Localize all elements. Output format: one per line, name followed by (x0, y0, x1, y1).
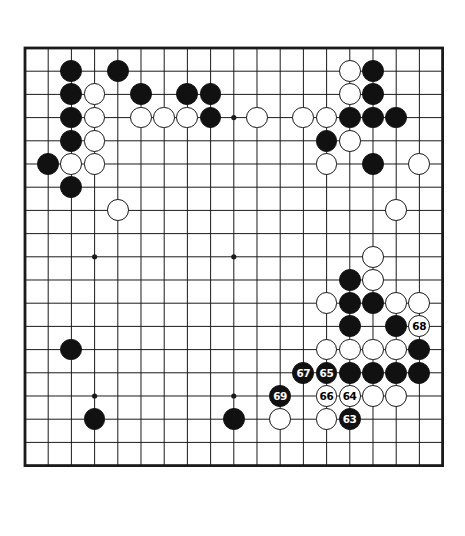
intersection: 68 (408, 315, 431, 338)
white-stone (339, 83, 361, 105)
intersection (408, 338, 431, 361)
intersection (245, 129, 268, 152)
intersection (106, 431, 129, 454)
black-stone (339, 269, 361, 291)
intersection (176, 268, 199, 291)
intersection (431, 338, 454, 361)
intersection (13, 129, 36, 152)
intersection (153, 83, 176, 106)
intersection (361, 106, 384, 129)
intersection (338, 291, 361, 314)
black-stone (60, 83, 82, 105)
intersection (153, 291, 176, 314)
intersection (408, 454, 431, 477)
intersection (292, 176, 315, 199)
intersection (292, 60, 315, 83)
intersection (222, 407, 245, 430)
intersection (199, 431, 222, 454)
intersection (245, 431, 268, 454)
intersection (106, 361, 129, 384)
intersection (37, 36, 60, 59)
intersection (361, 384, 384, 407)
black-stone (339, 315, 361, 337)
black-stone (408, 362, 430, 384)
intersection (13, 106, 36, 129)
intersection (292, 384, 315, 407)
intersection (176, 199, 199, 222)
black-stone (385, 362, 407, 384)
black-stone-move-69: 69 (269, 385, 291, 407)
intersection (431, 361, 454, 384)
intersection (222, 454, 245, 477)
intersection (361, 176, 384, 199)
black-stone (176, 83, 198, 105)
intersection (268, 83, 291, 106)
intersection (361, 361, 384, 384)
intersection (338, 152, 361, 175)
white-stone (316, 292, 338, 314)
intersection (60, 384, 83, 407)
intersection (292, 152, 315, 175)
intersection (292, 199, 315, 222)
intersection (129, 199, 152, 222)
intersection (106, 199, 129, 222)
intersection (315, 152, 338, 175)
intersection (384, 129, 407, 152)
intersection (245, 222, 268, 245)
intersection (361, 315, 384, 338)
intersection (268, 60, 291, 83)
intersection (384, 36, 407, 59)
intersection (106, 176, 129, 199)
intersection (153, 176, 176, 199)
white-stone (84, 83, 106, 105)
white-stone (362, 246, 384, 268)
intersection (13, 268, 36, 291)
intersection (431, 454, 454, 477)
intersection (338, 315, 361, 338)
intersection (292, 454, 315, 477)
black-stone (362, 107, 384, 129)
intersection (13, 291, 36, 314)
intersection (129, 36, 152, 59)
intersection (384, 315, 407, 338)
intersection (361, 291, 384, 314)
intersection (199, 245, 222, 268)
intersection (361, 431, 384, 454)
board-intersections: 68676569666463 (13, 36, 454, 477)
intersection (315, 268, 338, 291)
intersection (292, 315, 315, 338)
intersection (60, 268, 83, 291)
intersection (292, 291, 315, 314)
intersection (338, 199, 361, 222)
black-stone (200, 107, 222, 129)
intersection (315, 83, 338, 106)
intersection (83, 454, 106, 477)
intersection (292, 407, 315, 430)
intersection (106, 245, 129, 268)
intersection (83, 83, 106, 106)
black-stone (60, 107, 82, 129)
intersection (245, 83, 268, 106)
intersection (176, 129, 199, 152)
intersection (384, 222, 407, 245)
intersection (292, 106, 315, 129)
intersection (153, 268, 176, 291)
black-stone (339, 362, 361, 384)
black-stone (362, 292, 384, 314)
intersection (245, 338, 268, 361)
white-stone (107, 199, 129, 221)
intersection (199, 83, 222, 106)
intersection (268, 36, 291, 59)
black-stone (362, 153, 384, 175)
intersection (431, 106, 454, 129)
intersection (37, 384, 60, 407)
intersection (129, 291, 152, 314)
intersection (268, 245, 291, 268)
intersection (106, 407, 129, 430)
intersection (83, 407, 106, 430)
intersection (361, 60, 384, 83)
white-stone (153, 107, 175, 129)
intersection (176, 384, 199, 407)
intersection (338, 454, 361, 477)
intersection (37, 315, 60, 338)
black-stone (37, 153, 59, 175)
black-stone (385, 315, 407, 337)
intersection (431, 315, 454, 338)
intersection (60, 291, 83, 314)
intersection (176, 83, 199, 106)
intersection (245, 60, 268, 83)
black-stone (60, 339, 82, 361)
intersection (245, 268, 268, 291)
intersection (338, 60, 361, 83)
white-stone (84, 153, 106, 175)
white-stone (408, 292, 430, 314)
intersection (199, 454, 222, 477)
intersection (384, 106, 407, 129)
intersection (361, 199, 384, 222)
black-stone (200, 83, 222, 105)
intersection (153, 361, 176, 384)
intersection (338, 338, 361, 361)
intersection (153, 60, 176, 83)
intersection (222, 268, 245, 291)
intersection (361, 129, 384, 152)
intersection (83, 106, 106, 129)
intersection (315, 199, 338, 222)
go-diagram-page: 68676569666463 (0, 0, 465, 536)
intersection (384, 83, 407, 106)
intersection (153, 129, 176, 152)
intersection (83, 60, 106, 83)
intersection (176, 245, 199, 268)
intersection: 69 (268, 384, 291, 407)
intersection (268, 176, 291, 199)
intersection (384, 338, 407, 361)
intersection (37, 338, 60, 361)
intersection (245, 199, 268, 222)
white-stone (84, 107, 106, 129)
intersection (176, 36, 199, 59)
intersection (431, 291, 454, 314)
intersection (83, 176, 106, 199)
white-stone (408, 153, 430, 175)
intersection (408, 60, 431, 83)
intersection (37, 199, 60, 222)
intersection (176, 176, 199, 199)
intersection (431, 245, 454, 268)
intersection (37, 60, 60, 83)
intersection (60, 338, 83, 361)
black-stone (339, 292, 361, 314)
intersection (106, 129, 129, 152)
intersection (408, 152, 431, 175)
intersection (37, 106, 60, 129)
intersection (222, 129, 245, 152)
intersection (13, 83, 36, 106)
intersection (222, 315, 245, 338)
intersection (268, 129, 291, 152)
intersection (384, 176, 407, 199)
black-stone (339, 107, 361, 129)
intersection (222, 384, 245, 407)
intersection (408, 176, 431, 199)
intersection (222, 338, 245, 361)
white-stone (84, 130, 106, 152)
intersection (129, 152, 152, 175)
intersection (153, 222, 176, 245)
black-stone (362, 83, 384, 105)
white-stone (362, 269, 384, 291)
intersection (13, 315, 36, 338)
intersection (153, 106, 176, 129)
intersection (315, 222, 338, 245)
intersection (268, 222, 291, 245)
intersection (60, 407, 83, 430)
intersection (315, 176, 338, 199)
intersection (292, 129, 315, 152)
black-stone-move-63: 63 (339, 408, 361, 430)
intersection (384, 152, 407, 175)
intersection (106, 315, 129, 338)
intersection (222, 199, 245, 222)
white-stone (316, 153, 338, 175)
intersection (222, 222, 245, 245)
intersection (199, 199, 222, 222)
intersection (315, 291, 338, 314)
black-stone (223, 408, 245, 430)
intersection (60, 129, 83, 152)
intersection (37, 454, 60, 477)
intersection (13, 36, 36, 59)
intersection (83, 361, 106, 384)
intersection (431, 83, 454, 106)
black-stone (84, 408, 106, 430)
intersection (431, 222, 454, 245)
intersection (83, 338, 106, 361)
intersection (176, 315, 199, 338)
intersection (408, 36, 431, 59)
intersection (338, 222, 361, 245)
intersection (129, 338, 152, 361)
intersection (129, 245, 152, 268)
intersection (13, 384, 36, 407)
intersection (60, 315, 83, 338)
intersection (292, 83, 315, 106)
intersection (384, 431, 407, 454)
intersection (37, 83, 60, 106)
intersection (129, 83, 152, 106)
intersection (60, 60, 83, 83)
intersection (268, 152, 291, 175)
intersection (176, 361, 199, 384)
intersection (222, 83, 245, 106)
intersection (384, 60, 407, 83)
black-stone (362, 362, 384, 384)
intersection (199, 315, 222, 338)
intersection (384, 361, 407, 384)
black-stone (60, 176, 82, 198)
intersection (292, 431, 315, 454)
intersection (315, 106, 338, 129)
intersection (106, 106, 129, 129)
white-stone-move-68: 68 (408, 315, 430, 337)
intersection (37, 176, 60, 199)
white-stone (269, 408, 291, 430)
intersection (431, 431, 454, 454)
intersection (338, 129, 361, 152)
intersection (245, 454, 268, 477)
intersection: 64 (338, 384, 361, 407)
intersection (129, 176, 152, 199)
intersection (431, 176, 454, 199)
intersection (292, 338, 315, 361)
intersection (338, 431, 361, 454)
intersection (361, 454, 384, 477)
intersection (13, 454, 36, 477)
intersection (431, 384, 454, 407)
intersection (384, 384, 407, 407)
intersection (338, 245, 361, 268)
intersection (408, 129, 431, 152)
intersection (338, 36, 361, 59)
intersection (408, 291, 431, 314)
intersection (199, 106, 222, 129)
intersection (408, 431, 431, 454)
intersection (292, 36, 315, 59)
intersection (37, 407, 60, 430)
intersection (384, 454, 407, 477)
intersection (199, 291, 222, 314)
black-stone (107, 60, 129, 82)
intersection (153, 36, 176, 59)
intersection (60, 431, 83, 454)
intersection (315, 454, 338, 477)
intersection (153, 384, 176, 407)
intersection (153, 199, 176, 222)
intersection (129, 106, 152, 129)
intersection: 65 (315, 361, 338, 384)
intersection (13, 222, 36, 245)
intersection (431, 268, 454, 291)
intersection (176, 291, 199, 314)
intersection (129, 454, 152, 477)
intersection (37, 268, 60, 291)
intersection (37, 222, 60, 245)
intersection (361, 152, 384, 175)
intersection (408, 407, 431, 430)
intersection (106, 338, 129, 361)
intersection (83, 291, 106, 314)
intersection (199, 36, 222, 59)
intersection (268, 315, 291, 338)
black-stone (362, 60, 384, 82)
intersection (106, 36, 129, 59)
intersection (199, 222, 222, 245)
intersection (83, 268, 106, 291)
intersection (361, 407, 384, 430)
intersection (245, 361, 268, 384)
intersection (268, 199, 291, 222)
black-stone (130, 83, 152, 105)
intersection (83, 431, 106, 454)
intersection (222, 60, 245, 83)
intersection (222, 245, 245, 268)
intersection (60, 222, 83, 245)
intersection (408, 384, 431, 407)
white-stone (316, 107, 338, 129)
intersection (199, 338, 222, 361)
intersection (83, 245, 106, 268)
white-stone (176, 107, 198, 129)
intersection (199, 384, 222, 407)
intersection (153, 152, 176, 175)
white-stone (385, 339, 407, 361)
intersection (315, 129, 338, 152)
intersection (408, 361, 431, 384)
intersection (361, 268, 384, 291)
intersection (83, 199, 106, 222)
intersection (153, 338, 176, 361)
black-stone (60, 130, 82, 152)
white-stone (246, 107, 268, 129)
intersection (315, 431, 338, 454)
intersection (408, 222, 431, 245)
intersection (153, 315, 176, 338)
intersection (37, 245, 60, 268)
intersection (83, 384, 106, 407)
intersection (60, 199, 83, 222)
intersection (268, 268, 291, 291)
black-stone (60, 60, 82, 82)
intersection (245, 152, 268, 175)
intersection (176, 454, 199, 477)
intersection (431, 129, 454, 152)
intersection (431, 152, 454, 175)
white-stone (362, 339, 384, 361)
intersection (268, 106, 291, 129)
intersection (13, 245, 36, 268)
intersection (199, 60, 222, 83)
intersection (153, 454, 176, 477)
intersection: 66 (315, 384, 338, 407)
intersection (106, 222, 129, 245)
intersection (129, 60, 152, 83)
